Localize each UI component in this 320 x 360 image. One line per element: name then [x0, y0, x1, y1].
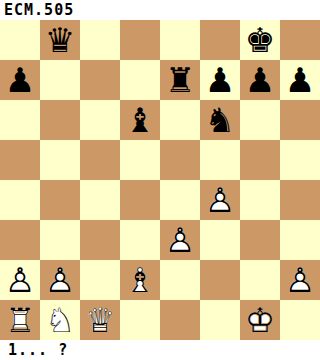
black-knight[interactable]: ♞︎	[200, 100, 240, 140]
square-d6[interactable]: ♝︎	[120, 100, 160, 140]
square-b5[interactable]	[40, 140, 80, 180]
white-bishop-outline-icon: ♗︎	[120, 260, 160, 300]
square-h6[interactable]	[280, 100, 320, 140]
square-c3[interactable]	[80, 220, 120, 260]
white-pawn-outline-icon: ♙︎	[40, 260, 80, 300]
square-g3[interactable]	[240, 220, 280, 260]
square-a3[interactable]	[0, 220, 40, 260]
square-f5[interactable]	[200, 140, 240, 180]
square-h5[interactable]	[280, 140, 320, 180]
square-g2[interactable]	[240, 260, 280, 300]
square-a4[interactable]	[0, 180, 40, 220]
black-king-icon: ♚︎	[240, 20, 280, 60]
black-pawn-icon: ♟︎	[280, 60, 320, 100]
square-f4[interactable]: ♟︎♙︎	[200, 180, 240, 220]
square-h8[interactable]	[280, 20, 320, 60]
black-pawn[interactable]: ♟︎	[0, 60, 40, 100]
chess-board: ♛︎♚︎♟︎♜︎♟︎♟︎♟︎♝︎♞︎♟︎♙︎♟︎♙︎♟︎♙︎♟︎♙︎♝︎♗︎♟︎…	[0, 20, 320, 340]
square-h2[interactable]: ♟︎♙︎	[280, 260, 320, 300]
square-e4[interactable]	[160, 180, 200, 220]
black-pawn-icon: ♟︎	[0, 60, 40, 100]
white-pawn-outline-icon: ♙︎	[280, 260, 320, 300]
square-c4[interactable]	[80, 180, 120, 220]
square-e1[interactable]	[160, 300, 200, 340]
square-g7[interactable]: ♟︎	[240, 60, 280, 100]
white-pawn[interactable]: ♟︎♙︎	[200, 180, 240, 220]
black-pawn[interactable]: ♟︎	[200, 60, 240, 100]
square-c5[interactable]	[80, 140, 120, 180]
move-prompt: 1... ?	[0, 340, 320, 360]
square-c7[interactable]	[80, 60, 120, 100]
square-h1[interactable]	[280, 300, 320, 340]
square-d2[interactable]: ♝︎♗︎	[120, 260, 160, 300]
square-f6[interactable]: ♞︎	[200, 100, 240, 140]
black-bishop[interactable]: ♝︎	[120, 100, 160, 140]
square-f3[interactable]	[200, 220, 240, 260]
square-a8[interactable]	[0, 20, 40, 60]
white-rook[interactable]: ♜︎♖︎	[0, 300, 40, 340]
square-d5[interactable]	[120, 140, 160, 180]
square-d7[interactable]	[120, 60, 160, 100]
black-rook[interactable]: ♜︎	[160, 60, 200, 100]
white-pawn[interactable]: ♟︎♙︎	[160, 220, 200, 260]
black-knight-icon: ♞︎	[200, 100, 240, 140]
square-c8[interactable]	[80, 20, 120, 60]
diagram-title: ECM.505	[0, 0, 320, 20]
square-d3[interactable]	[120, 220, 160, 260]
square-h4[interactable]	[280, 180, 320, 220]
square-f2[interactable]	[200, 260, 240, 300]
black-queen[interactable]: ♛︎	[40, 20, 80, 60]
square-f1[interactable]	[200, 300, 240, 340]
square-b6[interactable]	[40, 100, 80, 140]
white-pawn[interactable]: ♟︎♙︎	[280, 260, 320, 300]
square-a1[interactable]: ♜︎♖︎	[0, 300, 40, 340]
square-f8[interactable]	[200, 20, 240, 60]
black-bishop-icon: ♝︎	[120, 100, 160, 140]
square-g8[interactable]: ♚︎	[240, 20, 280, 60]
square-b1[interactable]: ♞︎♘︎	[40, 300, 80, 340]
white-knight[interactable]: ♞︎♘︎	[40, 300, 80, 340]
square-a2[interactable]: ♟︎♙︎	[0, 260, 40, 300]
square-d8[interactable]	[120, 20, 160, 60]
white-rook-outline-icon: ♖︎	[0, 300, 40, 340]
black-pawn[interactable]: ♟︎	[240, 60, 280, 100]
square-d4[interactable]	[120, 180, 160, 220]
square-e7[interactable]: ♜︎	[160, 60, 200, 100]
square-e6[interactable]	[160, 100, 200, 140]
square-h7[interactable]: ♟︎	[280, 60, 320, 100]
square-a5[interactable]	[0, 140, 40, 180]
white-pawn[interactable]: ♟︎♙︎	[40, 260, 80, 300]
square-c6[interactable]	[80, 100, 120, 140]
white-pawn-outline-icon: ♙︎	[200, 180, 240, 220]
black-rook-icon: ♜︎	[160, 60, 200, 100]
white-pawn-outline-icon: ♙︎	[160, 220, 200, 260]
square-e3[interactable]: ♟︎♙︎	[160, 220, 200, 260]
square-h3[interactable]	[280, 220, 320, 260]
white-pawn-outline-icon: ♙︎	[0, 260, 40, 300]
square-g4[interactable]	[240, 180, 280, 220]
square-e8[interactable]	[160, 20, 200, 60]
square-b8[interactable]: ♛︎	[40, 20, 80, 60]
square-g6[interactable]	[240, 100, 280, 140]
square-a6[interactable]	[0, 100, 40, 140]
square-b4[interactable]	[40, 180, 80, 220]
square-b3[interactable]	[40, 220, 80, 260]
black-queen-icon: ♛︎	[40, 20, 80, 60]
square-g5[interactable]	[240, 140, 280, 180]
white-queen-outline-icon: ♕︎	[80, 300, 120, 340]
square-e2[interactable]	[160, 260, 200, 300]
square-c2[interactable]	[80, 260, 120, 300]
white-king-outline-icon: ♔︎	[240, 300, 280, 340]
white-king[interactable]: ♚︎♔︎	[240, 300, 280, 340]
black-king[interactable]: ♚︎	[240, 20, 280, 60]
white-pawn[interactable]: ♟︎♙︎	[0, 260, 40, 300]
square-d1[interactable]	[120, 300, 160, 340]
square-b2[interactable]: ♟︎♙︎	[40, 260, 80, 300]
black-pawn-icon: ♟︎	[200, 60, 240, 100]
square-f7[interactable]: ♟︎	[200, 60, 240, 100]
white-bishop[interactable]: ♝︎♗︎	[120, 260, 160, 300]
square-b7[interactable]	[40, 60, 80, 100]
square-a7[interactable]: ♟︎	[0, 60, 40, 100]
square-g1[interactable]: ♚︎♔︎	[240, 300, 280, 340]
square-e5[interactable]	[160, 140, 200, 180]
white-queen[interactable]: ♛︎♕︎	[80, 300, 120, 340]
black-pawn-icon: ♟︎	[240, 60, 280, 100]
black-pawn[interactable]: ♟︎	[280, 60, 320, 100]
square-c1[interactable]: ♛︎♕︎	[80, 300, 120, 340]
white-knight-outline-icon: ♘︎	[40, 300, 80, 340]
